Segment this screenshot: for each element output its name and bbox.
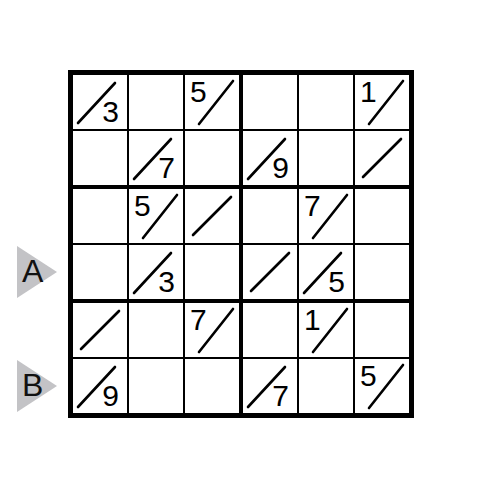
cell-r1c2[interactable] [129,75,185,131]
given-digit-bottom: 9 [102,381,119,411]
given-digit-top: 7 [190,305,207,335]
row-marker-label: B [22,369,43,401]
cell-r2c1[interactable] [73,131,129,189]
cell-r4c1[interactable] [73,245,129,303]
cell-r3c6[interactable] [355,189,409,245]
given-digit-top: 7 [304,191,321,221]
cell-r2c5[interactable] [299,131,355,189]
slash-mark [185,189,239,243]
given-digit-bottom: 3 [102,97,119,127]
cell-r1c1[interactable]: 3 [73,75,129,131]
row-marker-b: B [17,360,57,412]
cell-r2c4[interactable]: 9 [243,131,299,189]
cell-r1c6[interactable]: 1 [355,75,409,131]
cell-r5c5[interactable]: 1 [299,303,355,359]
given-digit-top: 1 [304,305,321,335]
slash-mark [73,303,127,357]
cell-r1c4[interactable] [243,75,299,131]
given-digit-bottom: 7 [158,153,175,183]
cell-r6c5[interactable] [299,359,355,413]
cell-r1c3[interactable]: 5 [185,75,243,131]
page: 35179573571975 AB [0,0,481,489]
cell-r5c3[interactable]: 7 [185,303,243,359]
cell-r6c1[interactable]: 9 [73,359,129,413]
cell-r5c2[interactable] [129,303,185,359]
cell-r3c5[interactable]: 7 [299,189,355,245]
slash-mark [243,245,297,299]
cell-r3c2[interactable]: 5 [129,189,185,245]
given-digit-bottom: 3 [158,267,175,297]
cell-r2c3[interactable] [185,131,243,189]
cell-r4c2[interactable]: 3 [129,245,185,303]
cell-r5c1[interactable] [73,303,129,359]
given-digit-bottom: 7 [272,381,289,411]
cell-r4c5[interactable]: 5 [299,245,355,303]
slash-mark [355,131,409,185]
given-digit-top: 5 [190,77,207,107]
row-marker-label: A [22,255,43,287]
given-digit-top: 5 [360,361,377,391]
cell-r4c4[interactable] [243,245,299,303]
cell-r4c6[interactable] [355,245,409,303]
given-digit-bottom: 5 [328,267,345,297]
cell-r3c3[interactable] [185,189,243,245]
row-marker-a: A [17,246,57,298]
cell-r5c4[interactable] [243,303,299,359]
cell-r1c5[interactable] [299,75,355,131]
given-digit-top: 5 [134,191,151,221]
given-digit-top: 1 [360,77,377,107]
cell-r6c2[interactable] [129,359,185,413]
cell-r4c3[interactable] [185,245,243,303]
cell-r2c6[interactable] [355,131,409,189]
cell-r5c6[interactable] [355,303,409,359]
puzzle-grid: 35179573571975 [73,75,409,413]
cell-r6c6[interactable]: 5 [355,359,409,413]
given-digit-bottom: 9 [272,153,289,183]
cell-r2c2[interactable]: 7 [129,131,185,189]
cell-r3c4[interactable] [243,189,299,245]
cell-r6c4[interactable]: 7 [243,359,299,413]
cell-r3c1[interactable] [73,189,129,245]
cell-r6c3[interactable] [185,359,243,413]
tight-fit-sudoku-board: 35179573571975 [68,70,414,418]
